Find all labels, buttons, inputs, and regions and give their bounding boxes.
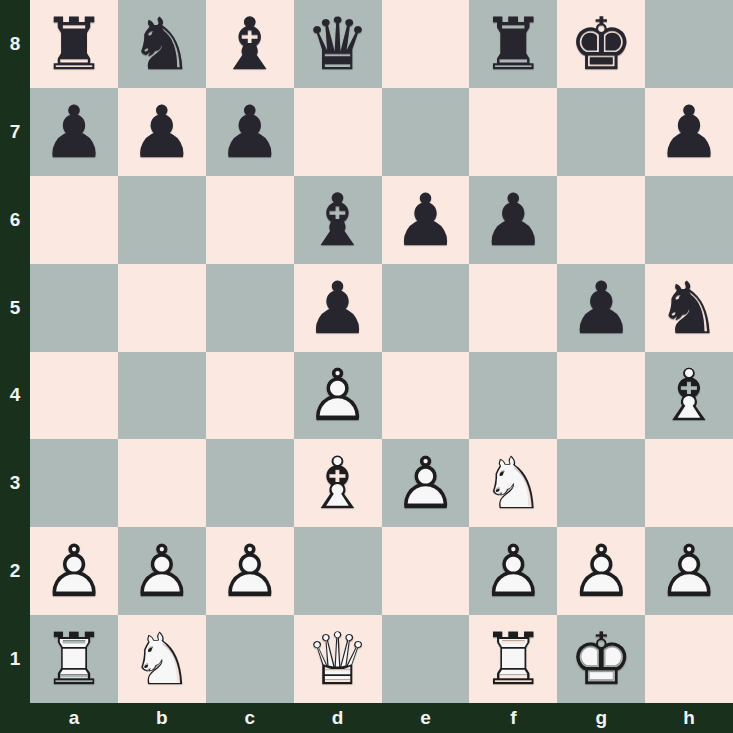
white-pawn-icon[interactable]: ♟♙: [118, 527, 206, 615]
square-a7[interactable]: ♟: [30, 88, 118, 176]
square-e8[interactable]: [382, 0, 470, 88]
square-c6[interactable]: [206, 176, 294, 264]
square-g8[interactable]: ♚: [557, 0, 645, 88]
square-b8[interactable]: ♞: [118, 0, 206, 88]
rank-label-8: 8: [0, 0, 30, 88]
rank-label-3: 3: [0, 439, 30, 527]
black-bishop-icon[interactable]: ♝: [206, 0, 294, 88]
square-f1[interactable]: ♜♖: [469, 615, 557, 703]
square-e6[interactable]: ♟: [382, 176, 470, 264]
square-b4[interactable]: [118, 352, 206, 440]
square-e3[interactable]: ♟♙: [382, 439, 470, 527]
square-h4[interactable]: ♝♗: [645, 352, 733, 440]
square-d6[interactable]: ♝: [294, 176, 382, 264]
file-label-e: e: [382, 703, 470, 733]
white-pawn-icon[interactable]: ♟♙: [469, 527, 557, 615]
white-pawn-icon[interactable]: ♟♙: [206, 527, 294, 615]
black-bishop-icon[interactable]: ♝: [294, 176, 382, 264]
square-c3[interactable]: [206, 439, 294, 527]
square-c1[interactable]: [206, 615, 294, 703]
black-pawn-icon[interactable]: ♟: [206, 88, 294, 176]
square-a1[interactable]: ♜♖: [30, 615, 118, 703]
white-pawn-icon[interactable]: ♟♙: [645, 527, 733, 615]
square-c4[interactable]: [206, 352, 294, 440]
square-b1[interactable]: ♞♘: [118, 615, 206, 703]
square-f7[interactable]: [469, 88, 557, 176]
file-label-d: d: [294, 703, 382, 733]
square-d3[interactable]: ♝♗: [294, 439, 382, 527]
square-a3[interactable]: [30, 439, 118, 527]
square-a6[interactable]: [30, 176, 118, 264]
square-g7[interactable]: [557, 88, 645, 176]
black-king-icon[interactable]: ♚: [557, 0, 645, 88]
white-pawn-icon[interactable]: ♟♙: [557, 527, 645, 615]
square-a5[interactable]: [30, 264, 118, 352]
square-f5[interactable]: [469, 264, 557, 352]
square-d2[interactable]: [294, 527, 382, 615]
rank-label-5: 5: [0, 264, 30, 352]
square-c5[interactable]: [206, 264, 294, 352]
black-knight-icon[interactable]: ♞: [645, 264, 733, 352]
rank-label-2: 2: [0, 527, 30, 615]
white-knight-icon[interactable]: ♞♘: [118, 615, 206, 703]
square-b2[interactable]: ♟♙: [118, 527, 206, 615]
square-a2[interactable]: ♟♙: [30, 527, 118, 615]
square-e7[interactable]: [382, 88, 470, 176]
file-label-c: c: [206, 703, 294, 733]
file-label-g: g: [557, 703, 645, 733]
black-pawn-icon[interactable]: ♟: [294, 264, 382, 352]
square-h5[interactable]: ♞: [645, 264, 733, 352]
square-f8[interactable]: ♜: [469, 0, 557, 88]
square-a4[interactable]: [30, 352, 118, 440]
white-pawn-icon[interactable]: ♟♙: [382, 439, 470, 527]
square-d4[interactable]: ♟♙: [294, 352, 382, 440]
rank-label-6: 6: [0, 176, 30, 264]
white-bishop-icon[interactable]: ♝♗: [645, 352, 733, 440]
square-g5[interactable]: ♟: [557, 264, 645, 352]
square-b6[interactable]: [118, 176, 206, 264]
black-pawn-icon[interactable]: ♟: [469, 176, 557, 264]
square-a8[interactable]: ♜: [30, 0, 118, 88]
square-f6[interactable]: ♟: [469, 176, 557, 264]
file-label-b: b: [118, 703, 206, 733]
square-f4[interactable]: [469, 352, 557, 440]
square-c2[interactable]: ♟♙: [206, 527, 294, 615]
square-h2[interactable]: ♟♙: [645, 527, 733, 615]
black-knight-icon[interactable]: ♞: [118, 0, 206, 88]
square-g2[interactable]: ♟♙: [557, 527, 645, 615]
square-b7[interactable]: ♟: [118, 88, 206, 176]
file-label-a: a: [30, 703, 118, 733]
square-e1[interactable]: [382, 615, 470, 703]
square-h6[interactable]: [645, 176, 733, 264]
rank-label-1: 1: [0, 615, 30, 703]
square-c8[interactable]: ♝: [206, 0, 294, 88]
square-f2[interactable]: ♟♙: [469, 527, 557, 615]
square-e2[interactable]: [382, 527, 470, 615]
file-label-h: h: [645, 703, 733, 733]
square-b5[interactable]: [118, 264, 206, 352]
black-rook-icon[interactable]: ♜: [30, 0, 118, 88]
square-d1[interactable]: ♛♕: [294, 615, 382, 703]
square-h7[interactable]: ♟: [645, 88, 733, 176]
square-f3[interactable]: ♞♘: [469, 439, 557, 527]
square-d5[interactable]: ♟: [294, 264, 382, 352]
square-c7[interactable]: ♟: [206, 88, 294, 176]
square-e4[interactable]: [382, 352, 470, 440]
black-pawn-icon[interactable]: ♟: [557, 264, 645, 352]
white-bishop-icon[interactable]: ♝♗: [294, 439, 382, 527]
square-e5[interactable]: [382, 264, 470, 352]
white-king-icon[interactable]: ♚♔: [557, 615, 645, 703]
black-pawn-icon[interactable]: ♟: [382, 176, 470, 264]
square-d8[interactable]: ♛: [294, 0, 382, 88]
square-g1[interactable]: ♚♔: [557, 615, 645, 703]
square-h3[interactable]: [645, 439, 733, 527]
white-pawn-icon[interactable]: ♟♙: [294, 352, 382, 440]
square-b3[interactable]: [118, 439, 206, 527]
black-rook-icon[interactable]: ♜: [469, 0, 557, 88]
square-h1[interactable]: [645, 615, 733, 703]
corner-spacer: [0, 703, 30, 733]
white-queen-icon[interactable]: ♛♕: [294, 615, 382, 703]
white-pawn-icon[interactable]: ♟♙: [30, 527, 118, 615]
white-rook-icon[interactable]: ♜♖: [30, 615, 118, 703]
square-g3[interactable]: [557, 439, 645, 527]
file-label-f: f: [469, 703, 557, 733]
white-knight-icon[interactable]: ♞♘: [469, 439, 557, 527]
black-pawn-icon[interactable]: ♟: [118, 88, 206, 176]
rank-label-4: 4: [0, 352, 30, 440]
black-pawn-icon[interactable]: ♟: [645, 88, 733, 176]
square-g6[interactable]: [557, 176, 645, 264]
square-g4[interactable]: [557, 352, 645, 440]
chess-board: 8♜♞♝♛♜♚7♟♟♟♟6♝♟♟5♟♟♞4♟♙♝♗3♝♗♟♙♞♘2♟♙♟♙♟♙♟…: [0, 0, 733, 733]
rank-label-7: 7: [0, 88, 30, 176]
black-queen-icon[interactable]: ♛: [294, 0, 382, 88]
black-pawn-icon[interactable]: ♟: [30, 88, 118, 176]
white-rook-icon[interactable]: ♜♖: [469, 615, 557, 703]
square-h8[interactable]: [645, 0, 733, 88]
square-d7[interactable]: [294, 88, 382, 176]
